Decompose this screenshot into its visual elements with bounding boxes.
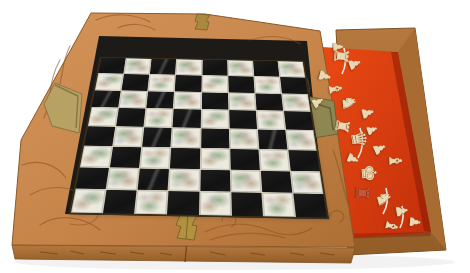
chess-piece-bishop[interactable]: ♝ (382, 217, 401, 235)
pieces-layer: ♟♜♟♟♝♟♞♟♜♟♛♟♟♝♚♜♞♟♟♝ (0, 0, 470, 273)
chess-piece-king[interactable]: ♚ (358, 163, 379, 183)
chess-piece-queen[interactable]: ♛ (348, 129, 370, 150)
chess-piece-bishop[interactable]: ♝ (386, 153, 404, 169)
chess-piece-knight[interactable]: ♞ (339, 94, 358, 112)
chess-piece-pawn[interactable]: ♟ (407, 215, 422, 229)
chess-piece-pawn[interactable]: ♟ (309, 93, 327, 111)
chess-piece-rook[interactable]: ♜ (353, 185, 372, 202)
chess-set-photo: ♟♜♟♟♝♟♞♟♜♟♛♟♟♝♚♜♞♟♟♝ (0, 0, 470, 273)
chess-piece-pawn[interactable]: ♟ (358, 105, 376, 122)
